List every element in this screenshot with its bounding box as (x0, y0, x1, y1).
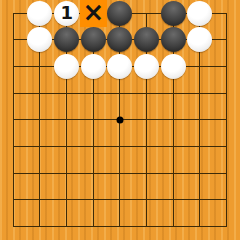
grid-line-vertical (146, 187, 147, 214)
grid-line-vertical (13, 160, 14, 187)
grid-line-vertical (66, 133, 67, 160)
grid-line-vertical (66, 213, 67, 226)
point-c3-r8[interactable] (53, 187, 80, 214)
point-c9-r9[interactable] (213, 213, 240, 240)
point-c4-r7[interactable] (80, 160, 107, 187)
grid-line-vertical (226, 80, 227, 107)
point-c7-r7[interactable] (160, 160, 187, 187)
grid-line-vertical (199, 160, 200, 187)
point-c5-r9[interactable] (107, 213, 134, 240)
point-c2-r9[interactable] (27, 213, 54, 240)
hoshi-point (116, 116, 123, 123)
grid-line-vertical (66, 160, 67, 187)
point-c2-r1[interactable] (27, 0, 54, 27)
point-c3-r4[interactable] (53, 80, 80, 107)
point-c7-r6[interactable] (160, 133, 187, 160)
point-c8-r7[interactable] (187, 160, 214, 187)
grid-line-vertical (119, 213, 120, 226)
grid-line-vertical (226, 213, 227, 226)
point-c7-r1[interactable] (160, 0, 187, 27)
grid-line-vertical (199, 53, 200, 80)
point-c4-r1[interactable]: × (80, 0, 107, 27)
point-c9-r3[interactable] (213, 53, 240, 80)
point-c1-r1[interactable] (0, 0, 27, 27)
grid-line-vertical (93, 213, 94, 226)
grid-line-vertical (39, 160, 40, 187)
point-c6-r4[interactable] (133, 80, 160, 107)
point-c9-r1[interactable] (213, 0, 240, 27)
grid-line-vertical (66, 187, 67, 214)
point-c1-r7[interactable] (0, 160, 27, 187)
point-c5-r5[interactable] (107, 107, 134, 134)
point-c8-r9[interactable] (187, 213, 214, 240)
white-stone (54, 54, 79, 79)
grid-line-vertical (199, 80, 200, 107)
grid-line-vertical (119, 187, 120, 214)
grid-line-horizontal (13, 173, 26, 174)
grid-line-horizontal (213, 146, 226, 147)
point-c8-r2[interactable] (187, 27, 214, 54)
grid-line-vertical (199, 107, 200, 134)
grid-line-vertical (173, 80, 174, 107)
point-c2-r4[interactable] (27, 80, 54, 107)
point-c2-r6[interactable] (27, 133, 54, 160)
grid-line-vertical (13, 187, 14, 214)
point-c8-r8[interactable] (187, 187, 214, 214)
white-stone (27, 27, 52, 52)
black-stone (161, 27, 186, 52)
grid-line-vertical (93, 107, 94, 134)
go-board: 1× (0, 0, 240, 240)
grid-line-vertical (39, 53, 40, 80)
point-c5-r4[interactable] (107, 80, 134, 107)
grid-line-vertical (146, 80, 147, 107)
point-c9-r7[interactable] (213, 160, 240, 187)
grid-line-horizontal (213, 119, 226, 120)
point-c8-r3[interactable] (187, 53, 214, 80)
point-c5-r1[interactable] (107, 0, 134, 27)
grid-line-horizontal (213, 66, 226, 67)
point-c3-r3[interactable] (53, 53, 80, 80)
move-number-label: 1 (60, 4, 73, 22)
white-stone (187, 1, 212, 26)
white-stone (81, 54, 106, 79)
grid-line-horizontal (13, 39, 26, 40)
grid-line-horizontal (13, 13, 26, 14)
point-c8-r6[interactable] (187, 133, 214, 160)
x-mark: × (82, 0, 104, 25)
grid-line-horizontal (13, 199, 26, 200)
point-c2-r3[interactable] (27, 53, 54, 80)
point-c6-r6[interactable] (133, 133, 160, 160)
point-c9-r8[interactable] (213, 187, 240, 214)
point-c3-r7[interactable] (53, 160, 80, 187)
point-c9-r6[interactable] (213, 133, 240, 160)
point-c8-r5[interactable] (187, 107, 214, 134)
point-c6-r3[interactable] (133, 53, 160, 80)
grid-line-vertical (146, 160, 147, 187)
point-c7-r2[interactable] (160, 27, 187, 54)
point-c5-r7[interactable] (107, 160, 134, 187)
grid-line-vertical (199, 133, 200, 160)
point-c9-r5[interactable] (213, 107, 240, 134)
black-stone (54, 27, 79, 52)
point-c7-r5[interactable] (160, 107, 187, 134)
point-c8-r1[interactable] (187, 0, 214, 27)
grid-line-vertical (119, 160, 120, 187)
grid-line-horizontal (213, 173, 226, 174)
point-c7-r4[interactable] (160, 80, 187, 107)
grid-line-vertical (146, 13, 147, 26)
grid-line-vertical (93, 133, 94, 160)
grid-line-vertical (226, 187, 227, 214)
grid-line-vertical (93, 187, 94, 214)
grid-line-vertical (13, 13, 14, 26)
point-c1-r2[interactable] (0, 27, 27, 54)
grid-line-vertical (13, 213, 14, 226)
white-stone: 1 (54, 1, 79, 26)
grid-line-vertical (66, 80, 67, 107)
grid-line-horizontal (213, 199, 226, 200)
black-stone (107, 27, 132, 52)
point-c5-r8[interactable] (107, 187, 134, 214)
grid-line-horizontal (13, 93, 26, 94)
grid-line-vertical (39, 80, 40, 107)
point-c6-r8[interactable] (133, 187, 160, 214)
black-stone (161, 1, 186, 26)
grid-line-vertical (226, 160, 227, 187)
grid-line-horizontal (13, 146, 26, 147)
point-c5-r3[interactable] (107, 53, 134, 80)
grid-line-vertical (226, 107, 227, 134)
grid-line-vertical (199, 187, 200, 214)
point-c1-r5[interactable] (0, 107, 27, 134)
grid-line-vertical (226, 27, 227, 54)
grid-line-vertical (93, 80, 94, 107)
point-c3-r1[interactable]: 1 (53, 0, 80, 27)
point-c6-r1[interactable] (133, 0, 160, 27)
point-c4-r2[interactable] (80, 27, 107, 54)
grid-line-vertical (119, 80, 120, 107)
point-c7-r3[interactable] (160, 53, 187, 80)
white-stone (187, 27, 212, 52)
grid-line-vertical (173, 187, 174, 214)
grid-line-vertical (13, 133, 14, 160)
point-c6-r2[interactable] (133, 27, 160, 54)
grid-line-vertical (173, 213, 174, 226)
grid-line-vertical (119, 133, 120, 160)
point-c7-r9[interactable] (160, 213, 187, 240)
grid-line-vertical (39, 213, 40, 226)
point-c4-r4[interactable] (80, 80, 107, 107)
point-c2-r7[interactable] (27, 160, 54, 187)
grid-line-vertical (226, 13, 227, 26)
grid-line-vertical (13, 80, 14, 107)
grid-line-vertical (13, 53, 14, 80)
grid-line-vertical (39, 187, 40, 214)
black-stone (134, 27, 159, 52)
grid-line-vertical (13, 27, 14, 54)
point-c3-r6[interactable] (53, 133, 80, 160)
grid-line-vertical (226, 53, 227, 80)
grid-line-vertical (39, 133, 40, 160)
grid-line-vertical (66, 107, 67, 134)
point-c1-r4[interactable] (0, 80, 27, 107)
white-stone (134, 54, 159, 79)
white-stone (107, 54, 132, 79)
grid-line-horizontal (213, 93, 226, 94)
grid-line-horizontal (13, 226, 26, 227)
point-c1-r6[interactable] (0, 133, 27, 160)
grid-line-horizontal (13, 66, 26, 67)
grid-line-vertical (199, 213, 200, 226)
grid-line-vertical (173, 107, 174, 134)
point-c1-r8[interactable] (0, 187, 27, 214)
white-stone (161, 54, 186, 79)
grid-line-vertical (93, 160, 94, 187)
black-stone (81, 27, 106, 52)
point-c6-r9[interactable] (133, 213, 160, 240)
grid-line-horizontal (213, 13, 226, 14)
grid-line-vertical (226, 133, 227, 160)
point-c3-r5[interactable] (53, 107, 80, 134)
white-stone (27, 1, 52, 26)
grid-line-vertical (173, 160, 174, 187)
point-c2-r2[interactable] (27, 27, 54, 54)
point-c5-r6[interactable] (107, 133, 134, 160)
point-c6-r7[interactable] (133, 160, 160, 187)
point-c1-r9[interactable] (0, 213, 27, 240)
point-c8-r4[interactable] (187, 80, 214, 107)
point-c2-r8[interactable] (27, 187, 54, 214)
point-c1-r3[interactable] (0, 53, 27, 80)
point-c4-r6[interactable] (80, 133, 107, 160)
black-stone (107, 1, 132, 26)
point-c3-r9[interactable] (53, 213, 80, 240)
grid-line-horizontal (13, 119, 26, 120)
point-c9-r2[interactable] (213, 27, 240, 54)
point-c4-r9[interactable] (80, 213, 107, 240)
point-c2-r5[interactable] (27, 107, 54, 134)
grid-line-vertical (146, 107, 147, 134)
grid-line-horizontal (213, 226, 226, 227)
point-c4-r3[interactable] (80, 53, 107, 80)
grid-line-vertical (39, 107, 40, 134)
point-c9-r4[interactable] (213, 80, 240, 107)
point-c4-r8[interactable] (80, 187, 107, 214)
point-c6-r5[interactable] (133, 107, 160, 134)
point-c4-r5[interactable] (80, 107, 107, 134)
grid-line-vertical (146, 133, 147, 160)
grid-line-horizontal (213, 39, 226, 40)
point-c3-r2[interactable] (53, 27, 80, 54)
grid-line-vertical (13, 107, 14, 134)
point-c5-r2[interactable] (107, 27, 134, 54)
point-c7-r8[interactable] (160, 187, 187, 214)
grid-line-vertical (173, 133, 174, 160)
grid-line-vertical (146, 213, 147, 226)
